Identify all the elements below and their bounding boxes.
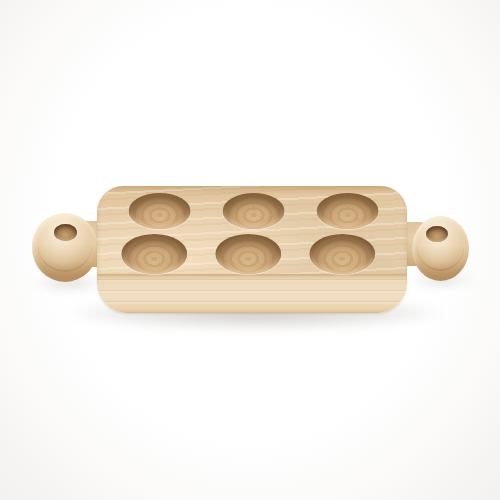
pit-top-3[interactable] [317,193,379,229]
right-store-hole[interactable] [426,226,448,242]
mancala-board [0,0,500,500]
pit-bottom-1[interactable] [121,234,187,274]
cell-top-2 [204,189,303,232]
pit-grid [105,189,398,275]
cell-bottom-1 [105,232,204,275]
pit-top-2[interactable] [223,193,285,229]
pit-bottom-2[interactable] [215,234,281,274]
product-photo-background [0,0,500,500]
cell-bottom-2 [199,232,298,275]
pit-bottom-3[interactable] [309,234,375,274]
pit-top-1[interactable] [129,193,191,229]
cell-top-1 [110,189,209,232]
cell-bottom-3 [293,232,392,275]
cell-top-3 [298,189,397,232]
left-store-hole[interactable] [54,224,77,241]
board-front-edge [97,274,407,313]
